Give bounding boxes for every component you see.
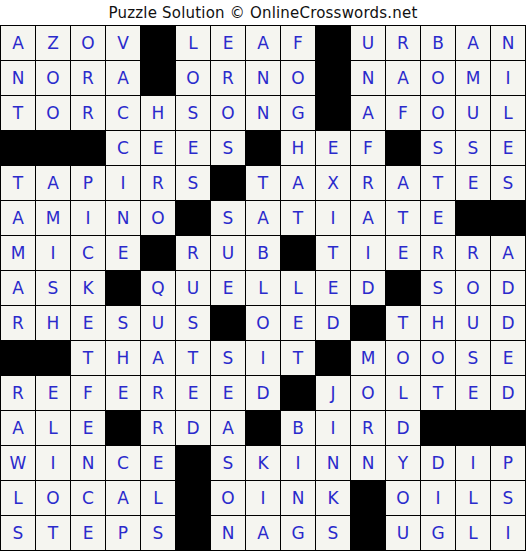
letter-cell-r13c7: S — [211, 446, 245, 480]
letter-cell-r13c14: I — [456, 446, 490, 480]
letter-cell-r12c6: D — [176, 411, 210, 445]
letter-cell-r8c13: S — [421, 271, 455, 305]
letter-cell-r5c3: P — [71, 166, 105, 200]
letter-cell-r6c12: T — [386, 201, 420, 235]
letter-cell-r6c10: I — [316, 201, 350, 235]
black-cell-r6c6 — [176, 201, 210, 235]
letter-cell-r2c13: O — [421, 61, 455, 95]
letter-cell-r14c4: A — [106, 481, 140, 515]
letter-cell-r13c1: W — [1, 446, 35, 480]
letter-cell-r6c13: E — [421, 201, 455, 235]
black-cell-r10c10 — [316, 341, 350, 375]
letter-cell-r12c7: A — [211, 411, 245, 445]
letter-cell-r7c11: I — [351, 236, 385, 270]
black-cell-r4c1 — [1, 131, 35, 165]
letter-cell-r3c12: F — [386, 96, 420, 130]
letter-cell-r2c7: R — [211, 61, 245, 95]
letter-cell-r14c2: O — [36, 481, 70, 515]
letter-cell-r9c4: S — [106, 306, 140, 340]
letter-cell-r1c2: Z — [36, 26, 70, 60]
black-cell-r1c10 — [316, 26, 350, 60]
letter-cell-r10c7: S — [211, 341, 245, 375]
black-cell-r2c5 — [141, 61, 175, 95]
letter-cell-r10c15: E — [491, 341, 525, 375]
letter-cell-r14c1: L — [1, 481, 35, 515]
letter-cell-r15c3: E — [71, 516, 105, 550]
letter-cell-r2c12: A — [386, 61, 420, 95]
letter-cell-r9c6: S — [176, 306, 210, 340]
letter-cell-r4c5: E — [141, 131, 175, 165]
letter-cell-r8c5: Q — [141, 271, 175, 305]
letter-cell-r15c13: G — [421, 516, 455, 550]
letter-cell-r9c8: O — [246, 306, 280, 340]
letter-cell-r8c15: D — [491, 271, 525, 305]
letter-cell-r9c10: D — [316, 306, 350, 340]
letter-cell-r6c5: O — [141, 201, 175, 235]
black-cell-r8c12 — [386, 271, 420, 305]
letter-cell-r11c3: F — [71, 376, 105, 410]
letter-cell-r10c14: S — [456, 341, 490, 375]
letter-cell-r6c4: N — [106, 201, 140, 235]
letter-cell-r3c6: S — [176, 96, 210, 130]
black-cell-r12c15 — [491, 411, 525, 445]
letter-cell-r4c6: E — [176, 131, 210, 165]
black-cell-r4c8 — [246, 131, 280, 165]
letter-cell-r14c15: S — [491, 481, 525, 515]
letter-cell-r11c13: T — [421, 376, 455, 410]
letter-cell-r9c1: R — [1, 306, 35, 340]
letter-cell-r3c4: C — [106, 96, 140, 130]
letter-cell-r7c4: E — [106, 236, 140, 270]
letter-cell-r7c10: T — [316, 236, 350, 270]
letter-cell-r2c11: N — [351, 61, 385, 95]
letter-cell-r5c4: I — [106, 166, 140, 200]
black-cell-r5c7 — [211, 166, 245, 200]
letter-cell-r6c9: T — [281, 201, 315, 235]
letter-cell-r13c8: K — [246, 446, 280, 480]
black-cell-r12c13 — [421, 411, 455, 445]
letter-cell-r8c3: K — [71, 271, 105, 305]
letter-cell-r7c1: M — [1, 236, 35, 270]
letter-cell-r11c2: E — [36, 376, 70, 410]
letter-cell-r9c13: H — [421, 306, 455, 340]
letter-cell-r13c9: I — [281, 446, 315, 480]
letter-cell-r11c8: D — [246, 376, 280, 410]
letter-cell-r6c8: A — [246, 201, 280, 235]
black-cell-r9c7 — [211, 306, 245, 340]
black-cell-r13c6 — [176, 446, 210, 480]
letter-cell-r9c3: E — [71, 306, 105, 340]
letter-cell-r12c11: R — [351, 411, 385, 445]
letter-cell-r15c15: I — [491, 516, 525, 550]
letter-cell-r5c6: S — [176, 166, 210, 200]
black-cell-r4c12 — [386, 131, 420, 165]
letter-cell-r12c2: L — [36, 411, 70, 445]
black-cell-r2c10 — [316, 61, 350, 95]
letter-cell-r7c6: R — [176, 236, 210, 270]
letter-cell-r5c14: E — [456, 166, 490, 200]
letter-cell-r7c2: I — [36, 236, 70, 270]
letter-cell-r2c8: N — [246, 61, 280, 95]
letter-cell-r3c8: N — [246, 96, 280, 130]
letter-cell-r10c3: T — [71, 341, 105, 375]
letter-cell-r11c11: O — [351, 376, 385, 410]
letter-cell-r14c12: O — [386, 481, 420, 515]
letter-cell-r11c15: D — [491, 376, 525, 410]
letter-cell-r8c1: A — [1, 271, 35, 305]
letter-cell-r5c12: A — [386, 166, 420, 200]
letter-cell-r3c2: O — [36, 96, 70, 130]
letter-cell-r9c15: D — [491, 306, 525, 340]
black-cell-r6c15 — [491, 201, 525, 235]
letter-cell-r13c3: N — [71, 446, 105, 480]
letter-cell-r7c14: R — [456, 236, 490, 270]
letter-cell-r7c8: B — [246, 236, 280, 270]
letter-cell-r11c14: E — [456, 376, 490, 410]
letter-cell-r1c11: U — [351, 26, 385, 60]
letter-cell-r15c14: L — [456, 516, 490, 550]
letter-cell-r2c14: M — [456, 61, 490, 95]
letter-cell-r1c14: A — [456, 26, 490, 60]
letter-cell-r2c2: O — [36, 61, 70, 95]
letter-cell-r14c13: I — [421, 481, 455, 515]
letter-cell-r7c3: C — [71, 236, 105, 270]
letter-cell-r15c10: S — [316, 516, 350, 550]
letter-cell-r9c14: U — [456, 306, 490, 340]
black-cell-r15c6 — [176, 516, 210, 550]
letter-cell-r3c7: O — [211, 96, 245, 130]
letter-cell-r1c6: L — [176, 26, 210, 60]
letter-cell-r8c2: S — [36, 271, 70, 305]
letter-cell-r15c9: G — [281, 516, 315, 550]
letter-cell-r15c7: N — [211, 516, 245, 550]
letter-cell-r13c10: N — [316, 446, 350, 480]
letter-cell-r6c7: S — [211, 201, 245, 235]
letter-cell-r11c6: E — [176, 376, 210, 410]
letter-cell-r4c13: S — [421, 131, 455, 165]
crossword-solution-page: Puzzle Solution © OnlineCrosswords.net A… — [0, 0, 526, 551]
letter-cell-r10c6: T — [176, 341, 210, 375]
letter-cell-r12c10: I — [316, 411, 350, 445]
letter-cell-r7c13: R — [421, 236, 455, 270]
black-cell-r10c2 — [36, 341, 70, 375]
letter-cell-r8c11: D — [351, 271, 385, 305]
letter-cell-r8c10: E — [316, 271, 350, 305]
letter-cell-r5c9: A — [281, 166, 315, 200]
letter-cell-r6c1: A — [1, 201, 35, 235]
black-cell-r10c1 — [1, 341, 35, 375]
letter-cell-r1c13: B — [421, 26, 455, 60]
letter-cell-r14c8: I — [246, 481, 280, 515]
letter-cell-r11c7: E — [211, 376, 245, 410]
letter-cell-r9c2: H — [36, 306, 70, 340]
letter-cell-r6c11: A — [351, 201, 385, 235]
letter-cell-r13c2: I — [36, 446, 70, 480]
letter-cell-r1c3: O — [71, 26, 105, 60]
letter-cell-r5c8: T — [246, 166, 280, 200]
letter-cell-r3c1: T — [1, 96, 35, 130]
letter-cell-r3c3: R — [71, 96, 105, 130]
letter-cell-r4c14: S — [456, 131, 490, 165]
letter-cell-r11c5: R — [141, 376, 175, 410]
letter-cell-r11c10: J — [316, 376, 350, 410]
letter-cell-r5c13: T — [421, 166, 455, 200]
letter-cell-r4c4: C — [106, 131, 140, 165]
letter-cell-r14c14: L — [456, 481, 490, 515]
black-cell-r9c11 — [351, 306, 385, 340]
letter-cell-r10c9: T — [281, 341, 315, 375]
letter-cell-r13c12: Y — [386, 446, 420, 480]
letter-cell-r10c11: M — [351, 341, 385, 375]
letter-cell-r15c2: T — [36, 516, 70, 550]
crossword-grid: AZOVLEAFURBANNORAORNONAOMITORCHSONGAFOUL… — [0, 25, 526, 551]
letter-cell-r15c12: U — [386, 516, 420, 550]
black-cell-r3c10 — [316, 96, 350, 130]
letter-cell-r3c9: G — [281, 96, 315, 130]
black-cell-r7c9 — [281, 236, 315, 270]
letter-cell-r14c9: N — [281, 481, 315, 515]
letter-cell-r2c1: N — [1, 61, 35, 95]
letter-cell-r1c12: R — [386, 26, 420, 60]
black-cell-r12c8 — [246, 411, 280, 445]
letter-cell-r2c15: I — [491, 61, 525, 95]
letter-cell-r13c11: N — [351, 446, 385, 480]
letter-cell-r1c4: V — [106, 26, 140, 60]
black-cell-r4c3 — [71, 131, 105, 165]
letter-cell-r12c3: E — [71, 411, 105, 445]
letter-cell-r3c13: O — [421, 96, 455, 130]
letter-cell-r10c12: O — [386, 341, 420, 375]
letter-cell-r8c6: U — [176, 271, 210, 305]
letter-cell-r1c8: A — [246, 26, 280, 60]
black-cell-r14c6 — [176, 481, 210, 515]
letter-cell-r2c4: A — [106, 61, 140, 95]
letter-cell-r8c9: L — [281, 271, 315, 305]
letter-cell-r12c12: D — [386, 411, 420, 445]
letter-cell-r5c5: R — [141, 166, 175, 200]
letter-cell-r3c5: H — [141, 96, 175, 130]
letter-cell-r15c4: P — [106, 516, 140, 550]
letter-cell-r10c8: I — [246, 341, 280, 375]
letter-cell-r9c12: T — [386, 306, 420, 340]
page-title: Puzzle Solution © OnlineCrosswords.net — [0, 0, 526, 25]
letter-cell-r9c5: U — [141, 306, 175, 340]
letter-cell-r8c7: E — [211, 271, 245, 305]
black-cell-r14c11 — [351, 481, 385, 515]
letter-cell-r3c15: L — [491, 96, 525, 130]
letter-cell-r5c15: S — [491, 166, 525, 200]
letter-cell-r13c5: E — [141, 446, 175, 480]
black-cell-r4c2 — [36, 131, 70, 165]
black-cell-r7c5 — [141, 236, 175, 270]
letter-cell-r4c15: E — [491, 131, 525, 165]
letter-cell-r12c5: R — [141, 411, 175, 445]
letter-cell-r7c7: U — [211, 236, 245, 270]
letter-cell-r5c11: R — [351, 166, 385, 200]
letter-cell-r6c2: M — [36, 201, 70, 235]
black-cell-r1c5 — [141, 26, 175, 60]
letter-cell-r15c8: A — [246, 516, 280, 550]
black-cell-r12c4 — [106, 411, 140, 445]
black-cell-r12c14 — [456, 411, 490, 445]
letter-cell-r3c14: U — [456, 96, 490, 130]
letter-cell-r13c13: D — [421, 446, 455, 480]
letter-cell-r1c15: N — [491, 26, 525, 60]
black-cell-r8c4 — [106, 271, 140, 305]
letter-cell-r15c1: S — [1, 516, 35, 550]
letter-cell-r14c5: L — [141, 481, 175, 515]
letter-cell-r11c4: E — [106, 376, 140, 410]
letter-cell-r4c11: F — [351, 131, 385, 165]
letter-cell-r15c5: S — [141, 516, 175, 550]
letter-cell-r4c7: S — [211, 131, 245, 165]
letter-cell-r11c12: L — [386, 376, 420, 410]
letter-cell-r1c9: F — [281, 26, 315, 60]
letter-cell-r2c3: R — [71, 61, 105, 95]
letter-cell-r12c1: A — [1, 411, 35, 445]
letter-cell-r14c7: O — [211, 481, 245, 515]
black-cell-r6c14 — [456, 201, 490, 235]
letter-cell-r3c11: A — [351, 96, 385, 130]
letter-cell-r5c1: T — [1, 166, 35, 200]
letter-cell-r12c9: B — [281, 411, 315, 445]
letter-cell-r7c15: A — [491, 236, 525, 270]
letter-cell-r14c3: C — [71, 481, 105, 515]
letter-cell-r4c9: H — [281, 131, 315, 165]
letter-cell-r2c6: O — [176, 61, 210, 95]
letter-cell-r6c3: I — [71, 201, 105, 235]
letter-cell-r13c15: P — [491, 446, 525, 480]
black-cell-r11c9 — [281, 376, 315, 410]
letter-cell-r5c10: X — [316, 166, 350, 200]
letter-cell-r10c13: O — [421, 341, 455, 375]
letter-cell-r5c2: A — [36, 166, 70, 200]
letter-cell-r7c12: E — [386, 236, 420, 270]
letter-cell-r9c9: E — [281, 306, 315, 340]
letter-cell-r1c1: A — [1, 26, 35, 60]
letter-cell-r1c7: E — [211, 26, 245, 60]
letter-cell-r8c8: L — [246, 271, 280, 305]
letter-cell-r14c10: K — [316, 481, 350, 515]
letter-cell-r13c4: C — [106, 446, 140, 480]
letter-cell-r2c9: O — [281, 61, 315, 95]
letter-cell-r10c5: A — [141, 341, 175, 375]
black-cell-r15c11 — [351, 516, 385, 550]
letter-cell-r11c1: R — [1, 376, 35, 410]
letter-cell-r8c14: O — [456, 271, 490, 305]
letter-cell-r10c4: H — [106, 341, 140, 375]
letter-cell-r4c10: E — [316, 131, 350, 165]
